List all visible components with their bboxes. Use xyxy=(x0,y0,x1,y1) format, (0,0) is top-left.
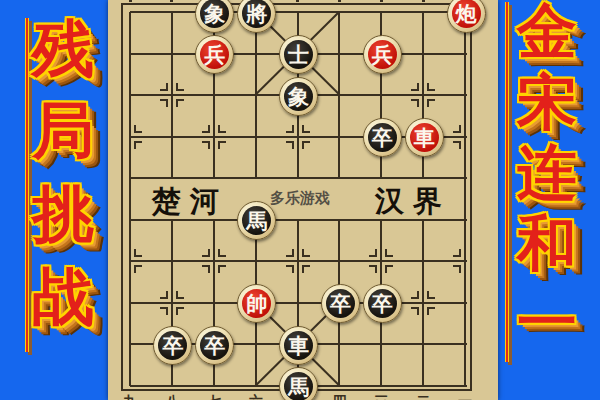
piece-face: 卒 xyxy=(158,331,187,360)
piece-glyph: 卒 xyxy=(162,335,183,356)
board-line xyxy=(292,265,294,273)
board-line xyxy=(459,249,461,257)
piece-face: 卒 xyxy=(368,289,397,318)
banner-char: 和 xyxy=(511,212,583,276)
board-line xyxy=(417,307,419,315)
file-label: 九 xyxy=(120,393,140,400)
banner-right-rule xyxy=(505,2,509,362)
file-label: 三 xyxy=(371,393,391,400)
piece-glyph: 象 xyxy=(288,86,309,107)
board-line xyxy=(385,249,387,257)
board-line xyxy=(292,125,294,133)
piece-red-兵[interactable]: 兵 xyxy=(195,35,234,74)
banner-char: 战 xyxy=(27,264,99,330)
piece-glyph: 卒 xyxy=(372,293,393,314)
board-line xyxy=(130,260,467,262)
file-tick xyxy=(422,0,425,2)
piece-black-卒[interactable]: 卒 xyxy=(363,118,402,157)
file-label: 八 xyxy=(162,393,182,400)
board-line xyxy=(417,99,419,107)
banner-char: 局 xyxy=(27,98,99,164)
board-line xyxy=(427,291,429,299)
piece-red-炮[interactable]: 炮 xyxy=(447,0,486,33)
board-line xyxy=(459,265,461,273)
banner-char: 一 xyxy=(511,291,583,355)
board-line xyxy=(134,125,136,133)
board-line xyxy=(459,125,461,133)
piece-glyph: 炮 xyxy=(456,3,477,24)
piece-face: 象 xyxy=(200,0,229,28)
board-line xyxy=(166,83,168,91)
board-line xyxy=(208,249,210,257)
piece-glyph: 馬 xyxy=(246,210,267,231)
file-tick xyxy=(380,0,383,2)
piece-glyph: 兵 xyxy=(204,44,225,65)
piece-black-馬[interactable]: 馬 xyxy=(237,201,276,240)
board-line xyxy=(417,291,419,299)
file-label: 二 xyxy=(413,393,433,400)
piece-glyph: 士 xyxy=(288,44,309,65)
piece-face: 兵 xyxy=(368,40,397,69)
piece-glyph: 卒 xyxy=(330,293,351,314)
board-line xyxy=(417,83,419,91)
board-line xyxy=(427,83,429,91)
piece-face: 馬 xyxy=(242,206,271,235)
board-line xyxy=(129,12,131,386)
file-tick xyxy=(296,0,299,2)
board-line xyxy=(166,307,168,315)
board-line xyxy=(459,141,461,149)
board-line xyxy=(208,141,210,149)
piece-red-兵[interactable]: 兵 xyxy=(363,35,402,74)
piece-red-車[interactable]: 車 xyxy=(405,118,444,157)
board-line xyxy=(464,12,466,386)
piece-glyph: 車 xyxy=(414,127,435,148)
piece-red-帥[interactable]: 帥 xyxy=(237,284,276,323)
board-line xyxy=(171,12,173,178)
piece-face: 卒 xyxy=(368,123,397,152)
file-label: 六 xyxy=(246,393,266,400)
board-line xyxy=(218,141,220,149)
banner-char: 宋 xyxy=(511,71,583,135)
board-line xyxy=(292,141,294,149)
board-line xyxy=(134,265,136,273)
piece-face: 馬 xyxy=(284,372,313,400)
river-label-han-jie: 汉界 xyxy=(375,182,451,216)
board-line xyxy=(427,99,429,107)
board-line xyxy=(375,265,377,273)
piece-face: 車 xyxy=(410,123,439,152)
river-label-chu-he: 楚河 xyxy=(152,182,228,216)
board-line xyxy=(208,125,210,133)
piece-face: 卒 xyxy=(200,331,229,360)
board-line xyxy=(130,11,467,13)
board-line xyxy=(130,302,467,304)
banner-char: 金 xyxy=(511,0,583,64)
board-line xyxy=(302,265,304,273)
piece-face: 士 xyxy=(284,40,313,69)
board-line xyxy=(218,265,220,273)
file-label: 一 xyxy=(455,393,475,400)
xiangqi-board[interactable]: 楚河 汉界 多乐游戏 九八七六五四三二一 象將炮兵士兵象卒車馬帥卒卒卒卒車馬 xyxy=(108,0,498,400)
board-line xyxy=(166,291,168,299)
board-line xyxy=(302,141,304,149)
board-line xyxy=(208,265,210,273)
piece-glyph: 將 xyxy=(246,3,267,24)
piece-glyph: 馬 xyxy=(288,376,309,397)
board-line xyxy=(176,291,178,299)
banner-char: 挑 xyxy=(27,181,99,247)
board-line xyxy=(385,265,387,273)
piece-black-馬[interactable]: 馬 xyxy=(279,367,318,400)
piece-black-卒[interactable]: 卒 xyxy=(195,326,234,365)
file-label: 四 xyxy=(329,393,349,400)
piece-black-卒[interactable]: 卒 xyxy=(363,284,402,323)
board-line xyxy=(130,177,467,179)
board-line xyxy=(176,99,178,107)
piece-glyph: 帥 xyxy=(246,293,267,314)
piece-glyph: 卒 xyxy=(372,127,393,148)
piece-black-象[interactable]: 象 xyxy=(279,77,318,116)
board-line xyxy=(218,125,220,133)
file-tick xyxy=(129,0,132,2)
piece-face: 將 xyxy=(242,0,271,28)
board-line xyxy=(427,307,429,315)
board-line xyxy=(134,249,136,257)
piece-glyph: 卒 xyxy=(204,335,225,356)
board-line xyxy=(176,307,178,315)
board-line xyxy=(176,83,178,91)
piece-black-卒[interactable]: 卒 xyxy=(321,284,360,323)
board-line xyxy=(302,125,304,133)
banner-char: 连 xyxy=(511,141,583,205)
piece-face: 車 xyxy=(284,331,313,360)
file-tick xyxy=(170,0,173,2)
piece-face: 帥 xyxy=(242,289,271,318)
file-tick xyxy=(338,0,341,2)
board-line xyxy=(218,249,220,257)
piece-black-車[interactable]: 車 xyxy=(279,326,318,365)
file-label: 七 xyxy=(204,393,224,400)
piece-glyph: 車 xyxy=(288,335,309,356)
piece-face: 卒 xyxy=(326,289,355,318)
board-line xyxy=(422,220,424,386)
board-line xyxy=(134,141,136,149)
piece-face: 兵 xyxy=(200,40,229,69)
board-line xyxy=(130,219,467,221)
board-line xyxy=(166,99,168,107)
piece-black-士[interactable]: 士 xyxy=(279,35,318,74)
piece-glyph: 兵 xyxy=(372,44,393,65)
piece-glyph: 象 xyxy=(204,3,225,24)
board-line xyxy=(292,249,294,257)
game-watermark: 多乐游戏 xyxy=(260,189,340,208)
banner-char: 残 xyxy=(27,16,99,82)
piece-face: 炮 xyxy=(452,0,481,28)
board-line xyxy=(302,249,304,257)
piece-black-卒[interactable]: 卒 xyxy=(153,326,192,365)
board-line xyxy=(375,249,377,257)
piece-face: 象 xyxy=(284,82,313,111)
